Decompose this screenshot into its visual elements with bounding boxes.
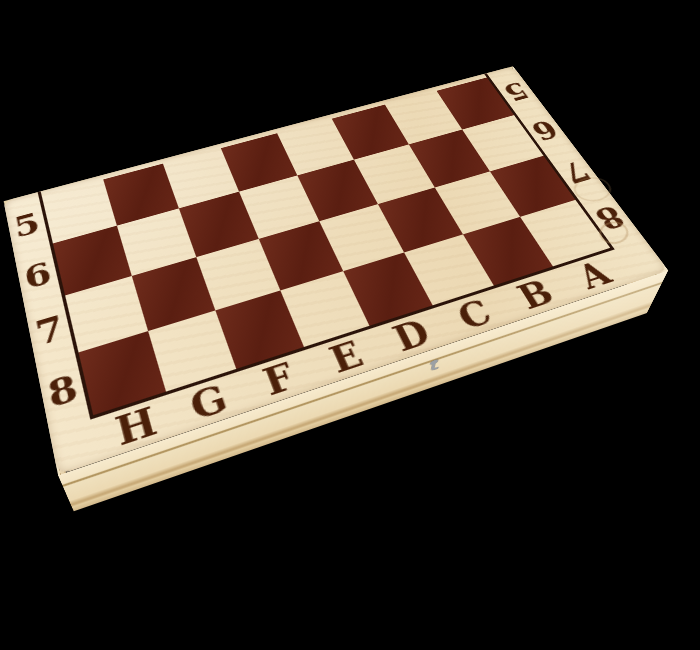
photo-background: 5678 5678 HGFEDCBA <box>0 0 700 650</box>
scene: 5678 5678 HGFEDCBA <box>0 0 700 650</box>
metal-latch-icon <box>425 357 442 373</box>
chess-box: 5678 5678 HGFEDCBA <box>19 111 647 511</box>
